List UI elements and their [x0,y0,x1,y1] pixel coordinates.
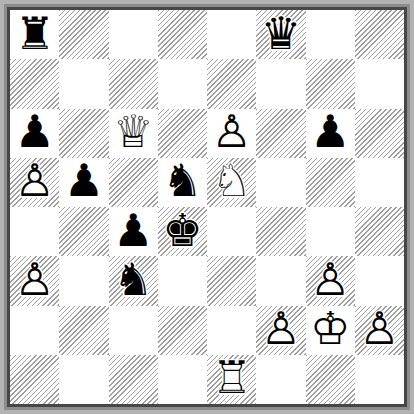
white-pawn-outline-glyph: ♙ [10,257,59,302]
black-pawn-glyph: ♟ [10,109,59,154]
white-pawn-outline-glyph: ♙ [355,306,404,351]
piece-white-pawn[interactable]: ♟♙ [207,109,256,158]
square-a3[interactable]: ♟♙ [10,256,59,305]
square-c1[interactable] [109,355,158,404]
white-king-outline-glyph: ♔ [306,306,355,351]
square-g1[interactable] [306,355,355,404]
board-frame-inner: ♜♛♟♛♕♟♙♟♟♙♟♞♞♘♟♚♟♙♞♟♙♟♙♚♔♟♙♜♖ [7,7,407,407]
square-b6[interactable] [59,109,108,158]
piece-white-rook[interactable]: ♜♖ [207,355,256,404]
board-frame-mid: ♜♛♟♛♕♟♙♟♟♙♟♞♞♘♟♚♟♙♞♟♙♟♙♚♔♟♙♜♖ [4,4,410,410]
square-b2[interactable] [59,306,108,355]
square-d6[interactable] [158,109,207,158]
square-c4[interactable]: ♟ [109,207,158,256]
square-c2[interactable] [109,306,158,355]
square-f2[interactable]: ♟♙ [256,306,305,355]
square-e2[interactable] [207,306,256,355]
square-a2[interactable] [10,306,59,355]
black-knight-glyph: ♞ [158,159,207,204]
square-e4[interactable] [207,207,256,256]
square-b4[interactable] [59,207,108,256]
square-d1[interactable] [158,355,207,404]
square-a1[interactable] [10,355,59,404]
chess-board: ♜♛♟♛♕♟♙♟♟♙♟♞♞♘♟♚♟♙♞♟♙♟♙♚♔♟♙♜♖ [10,10,404,404]
piece-black-pawn[interactable]: ♟ [59,158,108,207]
white-pawn-outline-glyph: ♙ [10,159,59,204]
square-d8[interactable] [158,10,207,59]
square-e5[interactable]: ♞♘ [207,158,256,207]
square-b7[interactable] [59,59,108,108]
square-g6[interactable]: ♟ [306,109,355,158]
square-h2[interactable]: ♟♙ [355,306,404,355]
square-g5[interactable] [306,158,355,207]
square-h3[interactable] [355,256,404,305]
square-f3[interactable] [256,256,305,305]
piece-black-queen[interactable]: ♛ [256,10,305,59]
black-king-glyph: ♚ [158,208,207,253]
square-d2[interactable] [158,306,207,355]
square-e6[interactable]: ♟♙ [207,109,256,158]
piece-white-king[interactable]: ♚♔ [306,306,355,355]
square-e8[interactable] [207,10,256,59]
white-pawn-outline-glyph: ♙ [256,306,305,351]
square-g4[interactable] [306,207,355,256]
white-rook-outline-glyph: ♖ [207,356,256,401]
piece-white-pawn[interactable]: ♟♙ [10,158,59,207]
square-d5[interactable]: ♞ [158,158,207,207]
piece-black-knight[interactable]: ♞ [109,256,158,305]
square-c7[interactable] [109,59,158,108]
square-b5[interactable]: ♟ [59,158,108,207]
square-g3[interactable]: ♟♙ [306,256,355,305]
white-pawn-outline-glyph: ♙ [306,257,355,302]
square-e1[interactable]: ♜♖ [207,355,256,404]
square-b1[interactable] [59,355,108,404]
piece-black-rook[interactable]: ♜ [10,10,59,59]
square-b8[interactable] [59,10,108,59]
square-c8[interactable] [109,10,158,59]
white-knight-outline-glyph: ♘ [207,159,256,204]
black-rook-glyph: ♜ [10,11,59,56]
piece-black-king[interactable]: ♚ [158,207,207,256]
square-a6[interactable]: ♟ [10,109,59,158]
square-f8[interactable]: ♛ [256,10,305,59]
black-pawn-glyph: ♟ [109,208,158,253]
square-f5[interactable] [256,158,305,207]
square-g2[interactable]: ♚♔ [306,306,355,355]
white-pawn-outline-glyph: ♙ [207,109,256,154]
square-h4[interactable] [355,207,404,256]
square-g7[interactable] [306,59,355,108]
piece-white-knight[interactable]: ♞♘ [207,158,256,207]
square-a8[interactable]: ♜ [10,10,59,59]
board-frame-outer: ♜♛♟♛♕♟♙♟♟♙♟♞♞♘♟♚♟♙♞♟♙♟♙♚♔♟♙♜♖ [0,0,414,414]
piece-black-pawn[interactable]: ♟ [10,109,59,158]
piece-white-pawn[interactable]: ♟♙ [306,256,355,305]
white-queen-outline-glyph: ♕ [109,109,158,154]
square-c3[interactable]: ♞ [109,256,158,305]
black-knight-glyph: ♞ [109,257,158,302]
square-e7[interactable] [207,59,256,108]
piece-white-pawn[interactable]: ♟♙ [10,256,59,305]
square-h6[interactable] [355,109,404,158]
square-c5[interactable] [109,158,158,207]
piece-white-queen[interactable]: ♛♕ [109,109,158,158]
black-pawn-glyph: ♟ [59,159,108,204]
square-h7[interactable] [355,59,404,108]
square-f4[interactable] [256,207,305,256]
square-d7[interactable] [158,59,207,108]
piece-black-pawn[interactable]: ♟ [306,109,355,158]
square-h5[interactable] [355,158,404,207]
square-g8[interactable] [306,10,355,59]
piece-white-pawn[interactable]: ♟♙ [256,306,305,355]
square-h8[interactable] [355,10,404,59]
square-f7[interactable] [256,59,305,108]
square-d3[interactable] [158,256,207,305]
black-pawn-glyph: ♟ [306,109,355,154]
black-queen-glyph: ♛ [256,11,305,56]
square-f6[interactable] [256,109,305,158]
square-c6[interactable]: ♛♕ [109,109,158,158]
piece-black-pawn[interactable]: ♟ [109,207,158,256]
piece-white-pawn[interactable]: ♟♙ [355,306,404,355]
square-h1[interactable] [355,355,404,404]
square-f1[interactable] [256,355,305,404]
square-d4[interactable]: ♚ [158,207,207,256]
square-a7[interactable] [10,59,59,108]
piece-black-knight[interactable]: ♞ [158,158,207,207]
square-a5[interactable]: ♟♙ [10,158,59,207]
square-a4[interactable] [10,207,59,256]
square-e3[interactable] [207,256,256,305]
square-b3[interactable] [59,256,108,305]
